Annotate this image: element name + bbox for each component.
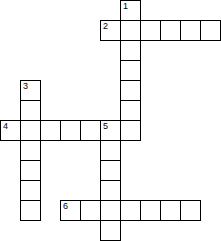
crossword-cell[interactable]: 4 — [0, 120, 21, 141]
clue-number: 2 — [103, 21, 108, 31]
crossword-cell[interactable] — [100, 200, 121, 221]
clue-number: 4 — [3, 121, 8, 131]
crossword-cell[interactable] — [140, 200, 161, 221]
crossword-cell[interactable] — [120, 200, 141, 221]
crossword-cell[interactable] — [80, 120, 101, 141]
crossword-cell[interactable] — [20, 120, 41, 141]
crossword-cell[interactable]: 1 — [120, 0, 141, 21]
crossword-cell[interactable] — [200, 20, 221, 41]
crossword-cell[interactable] — [180, 200, 201, 221]
crossword-cell[interactable] — [20, 160, 41, 181]
clue-number: 5 — [103, 121, 108, 131]
clue-number: 1 — [123, 1, 128, 11]
crossword-cell[interactable] — [20, 180, 41, 201]
crossword-board: 123456 — [0, 0, 221, 241]
crossword-cell[interactable] — [80, 200, 101, 221]
crossword-cell[interactable] — [60, 120, 81, 141]
crossword-cell[interactable]: 5 — [100, 120, 121, 141]
crossword-cell[interactable] — [20, 100, 41, 121]
crossword-cell[interactable] — [120, 120, 141, 141]
crossword-cell[interactable] — [120, 20, 141, 41]
crossword-cell[interactable] — [160, 20, 181, 41]
crossword-cell[interactable] — [40, 120, 61, 141]
crossword-cell[interactable] — [160, 200, 181, 221]
crossword-cell[interactable] — [100, 180, 121, 201]
crossword-cell[interactable]: 3 — [20, 80, 41, 101]
clue-number: 3 — [23, 81, 28, 91]
crossword-cell[interactable] — [120, 40, 141, 61]
crossword-cell[interactable]: 6 — [60, 200, 81, 221]
crossword-cell[interactable] — [100, 220, 121, 241]
crossword-cell[interactable] — [20, 140, 41, 161]
crossword-cell[interactable] — [120, 80, 141, 101]
crossword-cell[interactable] — [120, 100, 141, 121]
crossword-cell[interactable] — [100, 140, 121, 161]
crossword-cell[interactable] — [120, 60, 141, 81]
crossword-cell[interactable] — [140, 20, 161, 41]
crossword-cell[interactable] — [100, 160, 121, 181]
crossword-cell[interactable] — [20, 200, 41, 221]
crossword-cell[interactable] — [180, 20, 201, 41]
crossword-cell[interactable]: 2 — [100, 20, 121, 41]
clue-number: 6 — [63, 201, 68, 211]
